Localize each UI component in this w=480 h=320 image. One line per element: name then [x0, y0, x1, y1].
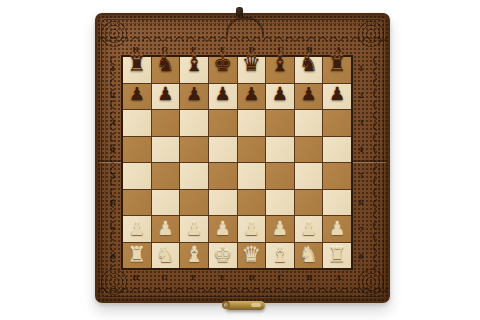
square-d5[interactable] [238, 163, 266, 189]
rank-label: 7 [107, 216, 119, 243]
chess-box: ♜♞♝♚♛♝♞♜♟♟♟♟♟♟♟♟♟♟♟♟♟♟♟♟♜♞♝♚♛♝♞♜ HGFEDCB… [95, 13, 390, 303]
piece-light-pawn[interactable]: ♟ [186, 220, 202, 238]
rank-label: 7 [355, 216, 367, 243]
square-f7[interactable]: ♟ [180, 216, 208, 242]
piece-light-pawn[interactable]: ♟ [272, 220, 288, 238]
piece-dark-knight[interactable]: ♞ [156, 54, 175, 75]
square-h3[interactable] [123, 110, 151, 136]
chess-board[interactable]: ♜♞♝♚♛♝♞♜♟♟♟♟♟♟♟♟♟♟♟♟♟♟♟♟♜♞♝♚♛♝♞♜ [121, 55, 353, 270]
file-label: G [150, 272, 179, 282]
file-label: E [208, 272, 237, 282]
file-label: B [295, 272, 324, 282]
square-e2[interactable]: ♟ [209, 84, 237, 110]
piece-light-pawn[interactable]: ♟ [329, 220, 345, 238]
corner-rosette-icon [101, 269, 127, 295]
rank-labels-right: 12345678 [355, 55, 367, 270]
square-c5[interactable] [266, 163, 294, 189]
square-d2[interactable]: ♟ [238, 84, 266, 110]
piece-dark-knight[interactable]: ♞ [299, 54, 318, 75]
square-b8[interactable]: ♞ [295, 243, 323, 269]
piece-dark-pawn[interactable]: ♟ [186, 85, 202, 103]
square-f5[interactable] [180, 163, 208, 189]
center-arch-motif-icon [226, 17, 264, 36]
piece-dark-pawn[interactable]: ♟ [157, 85, 173, 103]
rank-label: 5 [107, 163, 119, 190]
square-f1[interactable]: ♝ [180, 57, 208, 83]
square-b5[interactable] [295, 163, 323, 189]
square-g8[interactable]: ♞ [152, 243, 180, 269]
rank-label: 4 [107, 136, 119, 163]
square-g3[interactable] [152, 110, 180, 136]
file-label: C [266, 272, 295, 282]
square-b4[interactable] [295, 137, 323, 163]
square-d1[interactable]: ♛ [238, 57, 266, 83]
rank-label: 8 [107, 243, 119, 270]
square-c2[interactable]: ♟ [266, 84, 294, 110]
square-b3[interactable] [295, 110, 323, 136]
square-h6[interactable] [123, 190, 151, 216]
piece-light-pawn[interactable]: ♟ [243, 220, 259, 238]
piece-dark-bishop[interactable]: ♝ [271, 54, 290, 75]
rank-label: 4 [355, 136, 367, 163]
piece-light-rook[interactable]: ♜ [328, 245, 347, 266]
square-b6[interactable] [295, 190, 323, 216]
square-e4[interactable] [209, 137, 237, 163]
square-d8[interactable]: ♛ [238, 243, 266, 269]
square-c6[interactable] [266, 190, 294, 216]
piece-dark-king[interactable]: ♚ [213, 54, 232, 75]
file-label: A [324, 272, 353, 282]
piece-light-king[interactable]: ♚ [213, 245, 232, 266]
square-d4[interactable] [238, 137, 266, 163]
square-a5[interactable] [323, 163, 351, 189]
square-e3[interactable] [209, 110, 237, 136]
piece-dark-bishop[interactable]: ♝ [185, 54, 204, 75]
square-e7[interactable]: ♟ [209, 216, 237, 242]
square-f4[interactable] [180, 137, 208, 163]
square-g4[interactable] [152, 137, 180, 163]
piece-dark-rook[interactable]: ♜ [328, 54, 347, 75]
square-a1[interactable]: ♜ [323, 57, 351, 83]
file-label: F [179, 272, 208, 282]
piece-light-pawn[interactable]: ♟ [215, 220, 231, 238]
carved-border-bottom [97, 270, 388, 303]
square-b2[interactable]: ♟ [295, 84, 323, 110]
square-a4[interactable] [323, 137, 351, 163]
file-label: D [237, 272, 266, 282]
square-b7[interactable]: ♟ [295, 216, 323, 242]
piece-dark-pawn[interactable]: ♟ [243, 85, 259, 103]
square-g6[interactable] [152, 190, 180, 216]
square-a8[interactable]: ♜ [323, 243, 351, 269]
square-f2[interactable]: ♟ [180, 84, 208, 110]
carved-border-left [97, 55, 121, 270]
square-c4[interactable] [266, 137, 294, 163]
rank-label: 5 [355, 163, 367, 190]
piece-dark-pawn[interactable]: ♟ [129, 85, 145, 103]
square-h5[interactable] [123, 163, 151, 189]
square-a3[interactable] [323, 110, 351, 136]
square-e8[interactable]: ♚ [209, 243, 237, 269]
rank-label: 6 [107, 189, 119, 216]
piece-light-queen[interactable]: ♛ [242, 245, 261, 266]
square-g1[interactable]: ♞ [152, 57, 180, 83]
carved-border-right [353, 55, 390, 270]
square-h4[interactable] [123, 137, 151, 163]
rank-label: 2 [107, 82, 119, 109]
rank-label: 3 [107, 109, 119, 136]
square-f8[interactable]: ♝ [180, 243, 208, 269]
piece-light-pawn[interactable]: ♟ [300, 220, 316, 238]
square-a6[interactable] [323, 190, 351, 216]
rank-label: 6 [355, 189, 367, 216]
square-h7[interactable]: ♟ [123, 216, 151, 242]
square-g7[interactable]: ♟ [152, 216, 180, 242]
rank-label: 3 [355, 109, 367, 136]
square-a7[interactable]: ♟ [323, 216, 351, 242]
brass-clasp[interactable] [225, 301, 265, 310]
square-d7[interactable]: ♟ [238, 216, 266, 242]
corner-rosette-icon [101, 21, 127, 47]
square-f3[interactable] [180, 110, 208, 136]
square-c3[interactable] [266, 110, 294, 136]
corner-rosette-icon [358, 269, 384, 295]
rank-label: 8 [355, 243, 367, 270]
file-labels-bottom: HGFEDCBA [121, 272, 353, 282]
square-e5[interactable] [209, 163, 237, 189]
file-label: H [121, 272, 150, 282]
square-g5[interactable] [152, 163, 180, 189]
piece-light-knight[interactable]: ♞ [156, 245, 175, 266]
square-c7[interactable]: ♟ [266, 216, 294, 242]
piece-light-rook[interactable]: ♜ [127, 245, 146, 266]
square-f6[interactable] [180, 190, 208, 216]
piece-light-pawn[interactable]: ♟ [157, 220, 173, 238]
piece-light-bishop[interactable]: ♝ [185, 245, 204, 266]
piece-dark-pawn[interactable]: ♟ [272, 85, 288, 103]
piece-dark-rook[interactable]: ♜ [127, 54, 146, 75]
rank-label: 1 [107, 55, 119, 82]
corner-rosette-icon [358, 21, 384, 47]
square-d3[interactable] [238, 110, 266, 136]
square-e6[interactable] [209, 190, 237, 216]
rank-label: 1 [355, 55, 367, 82]
piece-dark-pawn[interactable]: ♟ [329, 85, 345, 103]
piece-dark-pawn[interactable]: ♟ [300, 85, 316, 103]
piece-light-pawn[interactable]: ♟ [129, 220, 145, 238]
square-d6[interactable] [238, 190, 266, 216]
photo-background: ♜♞♝♚♛♝♞♜♟♟♟♟♟♟♟♟♟♟♟♟♟♟♟♟♜♞♝♚♛♝♞♜ HGFEDCB… [0, 0, 480, 320]
piece-dark-queen[interactable]: ♛ [242, 54, 261, 75]
hinge-pin-icon [236, 7, 243, 16]
square-c1[interactable]: ♝ [266, 57, 294, 83]
piece-light-bishop[interactable]: ♝ [271, 245, 290, 266]
square-a2[interactable]: ♟ [323, 84, 351, 110]
square-h8[interactable]: ♜ [123, 243, 151, 269]
rank-labels-left: 12345678 [107, 55, 119, 270]
square-b1[interactable]: ♞ [295, 57, 323, 83]
piece-dark-pawn[interactable]: ♟ [215, 85, 231, 103]
square-c8[interactable]: ♝ [266, 243, 294, 269]
square-g2[interactable]: ♟ [152, 84, 180, 110]
square-h1[interactable]: ♜ [123, 57, 151, 83]
piece-light-knight[interactable]: ♞ [299, 245, 318, 266]
square-h2[interactable]: ♟ [123, 84, 151, 110]
square-e1[interactable]: ♚ [209, 57, 237, 83]
carved-border-top [97, 15, 388, 55]
rank-label: 2 [355, 82, 367, 109]
